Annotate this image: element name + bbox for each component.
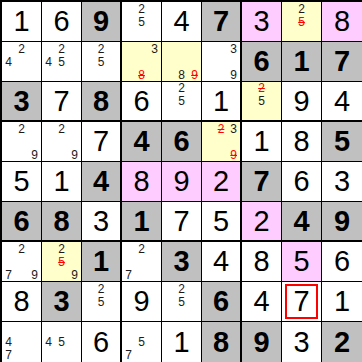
solved-digit: 4 — [334, 87, 350, 116]
candidate-9: 9 — [28, 268, 41, 281]
cell-r6c5[interactable]: 7 — [162, 202, 202, 242]
cell-r9c4[interactable]: 57 — [122, 322, 162, 362]
cell-r1c8[interactable]: 25 — [282, 2, 322, 42]
cell-r3c5[interactable]: 25 — [162, 82, 202, 122]
cell-r2c4[interactable]: 38 — [122, 42, 162, 82]
cell-r8c9[interactable]: 1 — [322, 282, 362, 322]
given-digit: 7 — [253, 167, 269, 196]
solved-digit: 1 — [253, 127, 269, 156]
candidate-8-eliminated: 8 — [135, 68, 148, 81]
cell-r5c8[interactable]: 6 — [282, 162, 322, 202]
candidate-7: 7 — [122, 268, 135, 281]
candidate-5: 5 — [175, 295, 188, 308]
solved-digit: 5 — [13, 167, 29, 196]
cell-r1c1[interactable]: 1 — [2, 2, 42, 42]
candidate-2: 2 — [175, 282, 188, 295]
cell-r3c1[interactable]: 3 — [2, 82, 42, 122]
cell-r9c3[interactable]: 6 — [82, 322, 122, 362]
solved-digit: 9 — [173, 167, 189, 196]
given-digit: 6 — [253, 47, 269, 76]
solved-digit: 7 — [293, 287, 309, 316]
given-digit: 3 — [13, 87, 29, 116]
cell-r8c2[interactable]: 3 — [42, 282, 82, 322]
candidate-grid: 39 — [202, 42, 240, 81]
solved-digit: 7 — [173, 207, 189, 236]
given-digit: 4 — [293, 207, 309, 236]
candidate-5: 5 — [55, 55, 68, 68]
cell-r4c5[interactable]: 6 — [162, 122, 202, 162]
candidate-2: 2 — [55, 122, 68, 135]
candidate-2-eliminated: 2 — [255, 82, 268, 95]
candidate-2: 2 — [95, 42, 108, 55]
solved-digit: 8 — [13, 287, 29, 316]
candidate-2: 2 — [295, 2, 308, 15]
solved-digit: 4 — [253, 287, 269, 316]
given-digit: 8 — [213, 328, 229, 357]
cell-r7c4[interactable]: 27 — [122, 242, 162, 282]
cell-r4c6[interactable]: 239 — [202, 122, 242, 162]
cell-r2c8[interactable]: 1 — [282, 42, 322, 82]
solved-digit: 1 — [53, 167, 69, 196]
given-digit: 7 — [334, 47, 350, 76]
solved-digit: 7 — [93, 127, 109, 156]
candidate-3: 3 — [227, 42, 240, 55]
cell-r5c9[interactable]: 3 — [322, 162, 362, 202]
solved-digit: 1 — [13, 7, 29, 36]
cell-r8c8[interactable]: 7 — [282, 282, 322, 322]
candidate-grid: 25 — [282, 2, 321, 41]
solved-digit: 4 — [173, 7, 189, 36]
cell-r9c5[interactable]: 1 — [162, 322, 202, 362]
cell-r5c1[interactable]: 5 — [2, 162, 42, 202]
candidate-5: 5 — [175, 95, 188, 108]
cell-r6c1[interactable]: 6 — [2, 202, 42, 242]
candidate-grid: 279 — [2, 242, 41, 281]
candidate-grid: 25 — [162, 82, 201, 120]
candidate-grid: 24 — [2, 42, 41, 81]
cell-r7c8[interactable]: 5 — [282, 242, 322, 282]
cell-r3c7[interactable]: 25 — [242, 82, 282, 122]
solved-digit: 6 — [334, 247, 350, 276]
cell-r7c9[interactable]: 6 — [322, 242, 362, 282]
solved-digit: 6 — [133, 87, 149, 116]
cell-r6c6[interactable]: 5 — [202, 202, 242, 242]
cell-r3c8[interactable]: 9 — [282, 82, 322, 122]
cell-r7c7[interactable]: 8 — [242, 242, 282, 282]
candidate-4: 4 — [2, 55, 15, 68]
candidate-grid: 45 — [42, 322, 81, 362]
given-digit: 1 — [293, 47, 309, 76]
cell-r3c6[interactable]: 1 — [202, 82, 242, 122]
candidate-grid: 25 — [82, 42, 120, 81]
cell-r8c7[interactable]: 4 — [242, 282, 282, 322]
candidate-5: 5 — [135, 15, 148, 28]
candidate-grid: 25 — [122, 2, 161, 41]
cell-r2c7[interactable]: 6 — [242, 42, 282, 82]
candidate-2: 2 — [55, 242, 68, 255]
candidate-9: 9 — [68, 268, 81, 281]
cell-r8c6[interactable]: 6 — [202, 282, 242, 322]
candidate-2-eliminated: 2 — [215, 122, 228, 135]
solved-digit: 7 — [53, 87, 69, 116]
given-digit: 8 — [53, 207, 69, 236]
candidate-2: 2 — [55, 42, 68, 55]
candidate-grid: 25 — [162, 282, 201, 321]
cell-r8c3[interactable]: 25 — [82, 282, 122, 322]
solved-digit: 3 — [293, 328, 309, 357]
cell-r4c3[interactable]: 7 — [82, 122, 122, 162]
cell-r5c5[interactable]: 9 — [162, 162, 202, 202]
candidate-5: 5 — [95, 55, 108, 68]
candidate-4: 4 — [2, 335, 15, 348]
cell-r6c7[interactable]: 2 — [242, 202, 282, 242]
cell-r6c8[interactable]: 4 — [282, 202, 322, 242]
cell-r7c5[interactable]: 3 — [162, 242, 202, 282]
solved-digit: 8 — [133, 167, 149, 196]
cell-r1c2[interactable]: 6 — [42, 2, 82, 42]
given-digit: 4 — [93, 167, 109, 196]
solved-digit: 3 — [253, 7, 269, 36]
given-digit: 7 — [213, 7, 229, 36]
cell-r8c1[interactable]: 8 — [2, 282, 42, 322]
cell-r2c2[interactable]: 245 — [42, 42, 82, 82]
candidate-grid: 29 — [42, 122, 81, 161]
cell-r7c3[interactable]: 1 — [82, 242, 122, 282]
solved-digit: 1 — [173, 328, 189, 357]
given-digit: 2 — [334, 328, 350, 357]
given-digit: 8 — [93, 87, 109, 116]
given-digit: 9 — [334, 207, 350, 236]
solved-digit: 6 — [53, 7, 69, 36]
cell-r7c2[interactable]: 259 — [42, 242, 82, 282]
candidate-grid: 25 — [242, 82, 281, 120]
cell-r1c5[interactable]: 4 — [162, 2, 202, 42]
cell-r4c2[interactable]: 29 — [42, 122, 82, 162]
cell-r5c7[interactable]: 7 — [242, 162, 282, 202]
given-digit: 3 — [173, 247, 189, 276]
cell-r3c2[interactable]: 7 — [42, 82, 82, 122]
cell-r6c2[interactable]: 8 — [42, 202, 82, 242]
cell-r2c1[interactable]: 24 — [2, 42, 42, 82]
given-digit: 4 — [133, 127, 149, 156]
solved-digit: 6 — [93, 328, 109, 357]
candidate-2: 2 — [15, 42, 28, 55]
candidate-5: 5 — [135, 335, 148, 348]
given-digit: 5 — [334, 127, 350, 156]
candidate-grid: 259 — [42, 242, 81, 281]
candidate-grid: 239 — [202, 122, 240, 161]
cell-r9c9[interactable]: 2 — [322, 322, 362, 362]
candidate-9: 9 — [68, 148, 81, 161]
solved-digit: 4 — [213, 247, 229, 276]
cell-r2c9[interactable]: 7 — [322, 42, 362, 82]
solved-digit: 5 — [213, 207, 229, 236]
cell-r9c7[interactable]: 9 — [242, 322, 282, 362]
cell-r4c9[interactable]: 5 — [322, 122, 362, 162]
given-digit: 6 — [173, 127, 189, 156]
solved-digit: 1 — [213, 87, 229, 116]
given-digit: 9 — [93, 7, 109, 36]
cell-r6c9[interactable]: 9 — [322, 202, 362, 242]
candidate-2: 2 — [15, 242, 28, 255]
solved-digit: 2 — [213, 167, 229, 196]
cell-r4c1[interactable]: 29 — [2, 122, 42, 162]
candidate-grid: 89 — [162, 42, 201, 81]
solved-digit: 3 — [93, 207, 109, 236]
given-digit: 1 — [93, 247, 109, 276]
cell-r1c7[interactable]: 3 — [242, 2, 282, 42]
given-digit: 9 — [253, 328, 269, 357]
candidate-2: 2 — [15, 122, 28, 135]
candidate-9-eliminated: 9 — [188, 68, 201, 81]
candidate-2: 2 — [135, 242, 148, 255]
cell-r9c1[interactable]: 47 — [2, 322, 42, 362]
solved-digit: 9 — [133, 287, 149, 316]
candidate-grid: 47 — [2, 322, 41, 362]
candidate-grid: 57 — [122, 322, 161, 362]
cell-r2c6[interactable]: 39 — [202, 42, 242, 82]
solved-digit: 3 — [334, 167, 350, 196]
candidate-4: 4 — [42, 55, 55, 68]
selection-box: 7 — [285, 284, 318, 319]
candidate-8: 8 — [175, 68, 188, 81]
cell-r5c2[interactable]: 1 — [42, 162, 82, 202]
cell-r3c4[interactable]: 6 — [122, 82, 162, 122]
solved-digit: 1 — [334, 287, 350, 316]
candidate-grid: 25 — [82, 282, 120, 321]
candidate-9-eliminated: 9 — [227, 148, 240, 161]
candidate-7: 7 — [2, 268, 15, 281]
candidate-grid: 245 — [42, 42, 81, 81]
candidate-grid: 27 — [122, 242, 161, 281]
solved-digit: 8 — [334, 7, 350, 36]
solved-digit: 8 — [253, 247, 269, 276]
cell-r1c6[interactable]: 7 — [202, 2, 242, 42]
candidate-7: 7 — [2, 349, 15, 362]
candidate-grid: 38 — [122, 42, 161, 81]
candidate-9: 9 — [227, 68, 240, 81]
candidate-3: 3 — [148, 42, 161, 55]
cell-r4c8[interactable]: 8 — [282, 122, 322, 162]
given-digit: 6 — [213, 287, 229, 316]
candidate-4: 4 — [42, 335, 55, 348]
cell-r8c4[interactable]: 9 — [122, 282, 162, 322]
cell-r7c6[interactable]: 4 — [202, 242, 242, 282]
cell-r1c9[interactable]: 8 — [322, 2, 362, 42]
solved-digit: 8 — [293, 127, 309, 156]
cell-r3c9[interactable]: 4 — [322, 82, 362, 122]
sudoku-board: 1692547325824245253889396173786251259429… — [0, 0, 362, 362]
candidate-5-eliminated: 5 — [295, 15, 308, 28]
candidate-grid: 29 — [2, 122, 41, 161]
candidate-2: 2 — [175, 82, 188, 95]
cell-r9c8[interactable]: 3 — [282, 322, 322, 362]
cell-r5c6[interactable]: 2 — [202, 162, 242, 202]
candidate-2: 2 — [135, 2, 148, 15]
candidate-2: 2 — [95, 282, 108, 295]
given-digit: 1 — [133, 207, 149, 236]
candidate-5: 5 — [255, 95, 268, 108]
cell-r4c4[interactable]: 4 — [122, 122, 162, 162]
solved-digit: 9 — [293, 87, 309, 116]
cell-r6c3[interactable]: 3 — [82, 202, 122, 242]
cell-r5c3[interactable]: 4 — [82, 162, 122, 202]
cell-r1c4[interactable]: 25 — [122, 2, 162, 42]
candidate-5-eliminated: 5 — [55, 255, 68, 268]
candidate-9: 9 — [28, 148, 41, 161]
cell-r9c6[interactable]: 8 — [202, 322, 242, 362]
cell-r2c3[interactable]: 25 — [82, 42, 122, 82]
given-digit: 6 — [13, 207, 29, 236]
solved-digit: 6 — [293, 167, 309, 196]
cell-r8c5[interactable]: 25 — [162, 282, 202, 322]
solved-digit: 2 — [253, 207, 269, 236]
cell-r3c3[interactable]: 8 — [82, 82, 122, 122]
cell-r7c1[interactable]: 279 — [2, 242, 42, 282]
cell-r9c2[interactable]: 45 — [42, 322, 82, 362]
cell-r2c5[interactable]: 89 — [162, 42, 202, 82]
candidate-5: 5 — [95, 295, 108, 308]
candidate-5: 5 — [55, 335, 68, 348]
solved-digit: 5 — [293, 247, 309, 276]
candidate-7: 7 — [122, 349, 135, 362]
cell-r5c4[interactable]: 8 — [122, 162, 162, 202]
cell-r4c7[interactable]: 1 — [242, 122, 282, 162]
cell-r6c4[interactable]: 1 — [122, 202, 162, 242]
given-digit: 3 — [53, 287, 69, 316]
candidate-3: 3 — [227, 122, 240, 135]
cell-r1c3[interactable]: 9 — [82, 2, 122, 42]
